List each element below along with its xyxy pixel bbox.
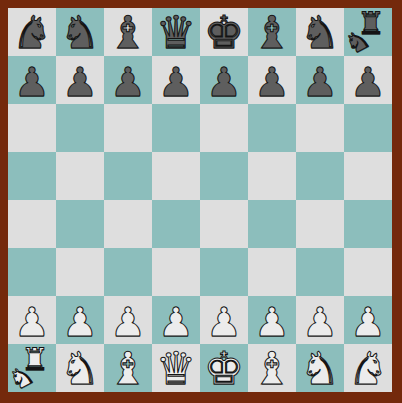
piece-black-bishop[interactable]: ♝: [108, 10, 148, 55]
piece-white-queen[interactable]: ♛: [156, 346, 196, 391]
square-f3[interactable]: [248, 248, 296, 296]
square-h3[interactable]: [344, 248, 392, 296]
piece-white-king[interactable]: ♚: [204, 346, 244, 391]
square-d8[interactable]: ♛: [152, 8, 200, 56]
board-frame: ♞♞♝♛♚♝♞♜♞♟♟♟♟♟♟♟♟♟♟♟♟♟♟♟♟♜♞♞♝♛♚♝♞♞: [0, 0, 402, 403]
square-g7[interactable]: ♟: [296, 56, 344, 104]
square-f8[interactable]: ♝: [248, 8, 296, 56]
piece-white-pawn[interactable]: ♟: [62, 302, 98, 342]
square-g1[interactable]: ♞: [296, 344, 344, 392]
square-a2[interactable]: ♟: [8, 296, 56, 344]
square-c4[interactable]: [104, 200, 152, 248]
square-a4[interactable]: [8, 200, 56, 248]
square-a6[interactable]: [8, 104, 56, 152]
piece-black-chancellor[interactable]: ♜♞: [344, 8, 392, 56]
square-b1[interactable]: ♞: [56, 344, 104, 392]
square-c3[interactable]: [104, 248, 152, 296]
square-c6[interactable]: [104, 104, 152, 152]
square-e2[interactable]: ♟: [200, 296, 248, 344]
square-e8[interactable]: ♚: [200, 8, 248, 56]
square-b8[interactable]: ♞: [56, 8, 104, 56]
square-e5[interactable]: [200, 152, 248, 200]
piece-white-knight[interactable]: ♞: [60, 346, 100, 391]
piece-black-pawn[interactable]: ♟: [302, 62, 338, 102]
piece-black-king[interactable]: ♚: [204, 10, 244, 55]
square-b5[interactable]: [56, 152, 104, 200]
square-c8[interactable]: ♝: [104, 8, 152, 56]
square-f4[interactable]: [248, 200, 296, 248]
square-c5[interactable]: [104, 152, 152, 200]
square-a1[interactable]: ♜♞: [8, 344, 56, 392]
square-e3[interactable]: [200, 248, 248, 296]
square-e4[interactable]: [200, 200, 248, 248]
square-g6[interactable]: [296, 104, 344, 152]
square-e6[interactable]: [200, 104, 248, 152]
square-g8[interactable]: ♞: [296, 8, 344, 56]
piece-white-bishop[interactable]: ♝: [252, 346, 292, 391]
square-c1[interactable]: ♝: [104, 344, 152, 392]
square-h8[interactable]: ♜♞: [344, 8, 392, 56]
square-c7[interactable]: ♟: [104, 56, 152, 104]
piece-white-pawn[interactable]: ♟: [110, 302, 146, 342]
square-b2[interactable]: ♟: [56, 296, 104, 344]
piece-white-pawn[interactable]: ♟: [350, 302, 386, 342]
piece-white-pawn[interactable]: ♟: [254, 302, 290, 342]
piece-black-knight[interactable]: ♞: [300, 10, 340, 55]
piece-white-pawn[interactable]: ♟: [158, 302, 194, 342]
piece-white-knight[interactable]: ♞: [300, 346, 340, 391]
piece-white-pawn[interactable]: ♟: [206, 302, 242, 342]
square-b4[interactable]: [56, 200, 104, 248]
piece-black-queen[interactable]: ♛: [156, 10, 196, 55]
square-b3[interactable]: [56, 248, 104, 296]
piece-black-pawn[interactable]: ♟: [14, 62, 50, 102]
piece-black-pawn[interactable]: ♟: [62, 62, 98, 102]
piece-white-chancellor[interactable]: ♜♞: [8, 344, 56, 392]
piece-black-pawn[interactable]: ♟: [158, 62, 194, 102]
piece-white-knight-mirrored[interactable]: ♞: [348, 346, 388, 391]
square-h6[interactable]: [344, 104, 392, 152]
piece-black-bishop[interactable]: ♝: [252, 10, 292, 55]
square-f6[interactable]: [248, 104, 296, 152]
square-c2[interactable]: ♟: [104, 296, 152, 344]
square-d4[interactable]: [152, 200, 200, 248]
square-h5[interactable]: [344, 152, 392, 200]
square-f1[interactable]: ♝: [248, 344, 296, 392]
square-d1[interactable]: ♛: [152, 344, 200, 392]
square-h1[interactable]: ♞: [344, 344, 392, 392]
square-h7[interactable]: ♟: [344, 56, 392, 104]
piece-white-bishop[interactable]: ♝: [108, 346, 148, 391]
piece-black-pawn[interactable]: ♟: [110, 62, 146, 102]
square-a7[interactable]: ♟: [8, 56, 56, 104]
square-f2[interactable]: ♟: [248, 296, 296, 344]
piece-black-knight[interactable]: ♞: [60, 10, 100, 55]
square-a8[interactable]: ♞: [8, 8, 56, 56]
square-a5[interactable]: [8, 152, 56, 200]
square-d7[interactable]: ♟: [152, 56, 200, 104]
square-h4[interactable]: [344, 200, 392, 248]
piece-black-pawn[interactable]: ♟: [254, 62, 290, 102]
square-f7[interactable]: ♟: [248, 56, 296, 104]
square-f5[interactable]: [248, 152, 296, 200]
piece-black-pawn[interactable]: ♟: [206, 62, 242, 102]
square-g5[interactable]: [296, 152, 344, 200]
square-a3[interactable]: [8, 248, 56, 296]
piece-white-pawn[interactable]: ♟: [302, 302, 338, 342]
square-e1[interactable]: ♚: [200, 344, 248, 392]
square-d2[interactable]: ♟: [152, 296, 200, 344]
square-e7[interactable]: ♟: [200, 56, 248, 104]
piece-black-knight-mirrored[interactable]: ♞: [12, 10, 52, 55]
square-g3[interactable]: [296, 248, 344, 296]
square-b7[interactable]: ♟: [56, 56, 104, 104]
square-g4[interactable]: [296, 200, 344, 248]
square-h2[interactable]: ♟: [344, 296, 392, 344]
square-d5[interactable]: [152, 152, 200, 200]
piece-black-pawn[interactable]: ♟: [350, 62, 386, 102]
square-d3[interactable]: [152, 248, 200, 296]
square-d6[interactable]: [152, 104, 200, 152]
square-g2[interactable]: ♟: [296, 296, 344, 344]
square-b6[interactable]: [56, 104, 104, 152]
piece-white-pawn[interactable]: ♟: [14, 302, 50, 342]
chess-board: ♞♞♝♛♚♝♞♜♞♟♟♟♟♟♟♟♟♟♟♟♟♟♟♟♟♜♞♞♝♛♚♝♞♞: [8, 8, 392, 392]
